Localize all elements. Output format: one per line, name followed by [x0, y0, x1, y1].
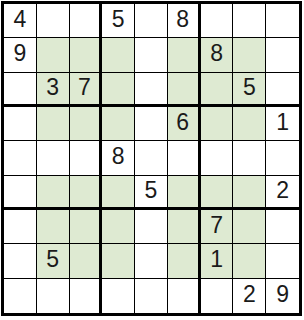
cell-r7c2[interactable] — [37, 210, 70, 244]
cell-r3c3[interactable]: 7 — [70, 73, 103, 107]
cell-r9c3[interactable] — [70, 279, 103, 313]
cell-r5c3[interactable] — [70, 141, 103, 175]
cell-r6c1[interactable] — [4, 176, 37, 210]
cell-r2c5[interactable] — [135, 38, 168, 72]
cell-r4c5[interactable] — [135, 107, 168, 141]
cell-r7c8[interactable] — [233, 210, 266, 244]
cell-r5c9[interactable] — [266, 141, 299, 175]
cell-r3c9[interactable] — [266, 73, 299, 107]
cell-r8c9[interactable] — [266, 244, 299, 278]
cell-r7c6[interactable] — [168, 210, 201, 244]
cell-r6c7[interactable] — [201, 176, 234, 210]
cell-r7c5[interactable] — [135, 210, 168, 244]
cell-r4c3[interactable] — [70, 107, 103, 141]
cell-r2c7[interactable]: 8 — [201, 38, 234, 72]
cell-r7c7[interactable]: 7 — [201, 210, 234, 244]
given-digit: 5 — [145, 179, 158, 202]
cell-r4c9[interactable]: 1 — [266, 107, 299, 141]
cell-r9c9[interactable]: 9 — [266, 279, 299, 313]
cell-r8c3[interactable] — [70, 244, 103, 278]
cell-r9c2[interactable] — [37, 279, 70, 313]
cell-r1c3[interactable] — [70, 4, 103, 38]
cell-r7c9[interactable] — [266, 210, 299, 244]
cell-r5c6[interactable] — [168, 141, 201, 175]
cell-r4c8[interactable] — [233, 107, 266, 141]
cell-r7c4[interactable] — [102, 210, 135, 244]
given-digit: 5 — [243, 76, 256, 99]
cell-r1c1[interactable]: 4 — [4, 4, 37, 38]
cell-r5c7[interactable] — [201, 141, 234, 175]
cell-r1c5[interactable] — [135, 4, 168, 38]
cell-r2c1[interactable]: 9 — [4, 38, 37, 72]
cell-r6c9[interactable]: 2 — [266, 176, 299, 210]
cell-r5c1[interactable] — [4, 141, 37, 175]
given-digit: 3 — [46, 76, 59, 99]
given-digit: 9 — [276, 283, 289, 306]
given-digit: 4 — [13, 8, 26, 31]
cell-r9c4[interactable] — [102, 279, 135, 313]
cell-r6c6[interactable] — [168, 176, 201, 210]
cell-r3c6[interactable] — [168, 73, 201, 107]
cell-r3c5[interactable] — [135, 73, 168, 107]
cell-r5c5[interactable] — [135, 141, 168, 175]
cell-r6c2[interactable] — [37, 176, 70, 210]
cell-r4c2[interactable] — [37, 107, 70, 141]
cell-r5c2[interactable] — [37, 141, 70, 175]
cell-r8c7[interactable]: 1 — [201, 244, 234, 278]
cell-r2c9[interactable] — [266, 38, 299, 72]
given-digit: 7 — [210, 214, 223, 237]
cell-r7c1[interactable] — [4, 210, 37, 244]
cell-r1c7[interactable] — [201, 4, 234, 38]
sudoku-board: 458983756185275129 — [1, 1, 302, 316]
cell-r3c1[interactable] — [4, 73, 37, 107]
cell-r8c4[interactable] — [102, 244, 135, 278]
cell-r4c6[interactable]: 6 — [168, 107, 201, 141]
given-digit: 5 — [46, 248, 59, 271]
given-digit: 7 — [78, 76, 91, 99]
cell-r7c3[interactable] — [70, 210, 103, 244]
cell-r3c8[interactable]: 5 — [233, 73, 266, 107]
sudoku-page: 458983756185275129 — [0, 0, 304, 320]
cell-r6c3[interactable] — [70, 176, 103, 210]
cell-r4c7[interactable] — [201, 107, 234, 141]
cell-r1c9[interactable] — [266, 4, 299, 38]
cell-r5c8[interactable] — [233, 141, 266, 175]
cell-r9c1[interactable] — [4, 279, 37, 313]
cell-r3c4[interactable] — [102, 73, 135, 107]
cell-r4c1[interactable] — [4, 107, 37, 141]
cell-r6c8[interactable] — [233, 176, 266, 210]
cell-r9c6[interactable] — [168, 279, 201, 313]
given-digit: 8 — [176, 8, 189, 31]
cell-r3c7[interactable] — [201, 73, 234, 107]
cell-r5c4[interactable]: 8 — [102, 141, 135, 175]
given-digit: 2 — [276, 179, 289, 202]
cell-r6c4[interactable] — [102, 176, 135, 210]
cell-r9c8[interactable]: 2 — [233, 279, 266, 313]
given-digit: 1 — [210, 248, 223, 271]
cell-r1c4[interactable]: 5 — [102, 4, 135, 38]
cell-r8c2[interactable]: 5 — [37, 244, 70, 278]
given-digit: 6 — [176, 111, 189, 134]
given-digit: 5 — [112, 8, 125, 31]
cell-r2c2[interactable] — [37, 38, 70, 72]
cell-r8c6[interactable] — [168, 244, 201, 278]
given-digit: 8 — [112, 145, 125, 168]
cell-r2c4[interactable] — [102, 38, 135, 72]
cell-r8c5[interactable] — [135, 244, 168, 278]
cell-r1c6[interactable]: 8 — [168, 4, 201, 38]
cell-r2c6[interactable] — [168, 38, 201, 72]
cell-r6c5[interactable]: 5 — [135, 176, 168, 210]
cell-r1c2[interactable] — [37, 4, 70, 38]
cell-r2c8[interactable] — [233, 38, 266, 72]
given-digit: 2 — [243, 283, 256, 306]
cell-r1c8[interactable] — [233, 4, 266, 38]
given-digit: 9 — [13, 42, 26, 65]
cell-r3c2[interactable]: 3 — [37, 73, 70, 107]
cell-r2c3[interactable] — [70, 38, 103, 72]
cell-r8c1[interactable] — [4, 244, 37, 278]
cell-r9c7[interactable] — [201, 279, 234, 313]
cell-r9c5[interactable] — [135, 279, 168, 313]
given-digit: 8 — [210, 42, 223, 65]
given-digit: 1 — [276, 111, 289, 134]
cell-r8c8[interactable] — [233, 244, 266, 278]
cell-r4c4[interactable] — [102, 107, 135, 141]
